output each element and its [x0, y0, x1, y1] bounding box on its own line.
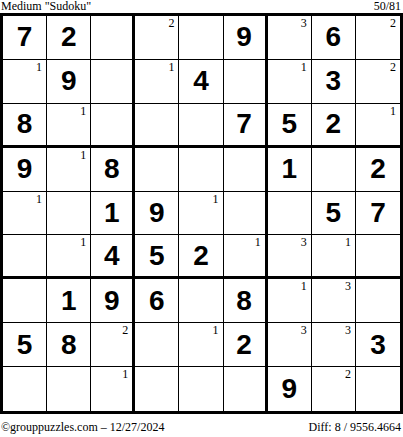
given-digit: 5: [281, 110, 297, 138]
cell-r9c1[interactable]: [3, 367, 47, 411]
given-digit: 7: [236, 110, 252, 138]
cell-r7c9[interactable]: [356, 279, 400, 323]
pencil-mark: 1: [122, 368, 128, 380]
cell-r7c7[interactable]: 1: [268, 279, 312, 323]
cell-r9c9[interactable]: [356, 367, 400, 411]
given-digit: 9: [149, 199, 165, 227]
given-digit: 1: [281, 155, 297, 183]
pencil-mark: 3: [345, 324, 351, 336]
given-digit: 7: [370, 199, 386, 227]
cell-r2c4[interactable]: 1: [135, 60, 179, 104]
cell-r8c6[interactable]: 2: [224, 323, 268, 367]
footer: ©grouppuzzles.com – 12/27/2024 Diff: 8 /…: [0, 421, 403, 434]
pencil-mark: 1: [301, 61, 307, 73]
cell-r1c6[interactable]: 9: [224, 16, 268, 60]
pencil-mark: 1: [390, 105, 396, 117]
cell-r5c2[interactable]: [47, 192, 91, 236]
cell-r6c6[interactable]: 1: [224, 235, 268, 279]
cell-r1c7[interactable]: 3: [268, 16, 312, 60]
given-digit: 1: [104, 199, 120, 227]
cell-r9c5[interactable]: [179, 367, 223, 411]
given-digit: 5: [149, 242, 165, 270]
given-digit: 6: [149, 287, 165, 315]
cell-r6c7[interactable]: 3: [268, 235, 312, 279]
cell-r9c3[interactable]: 1: [91, 367, 135, 411]
cell-r6c4[interactable]: 5: [135, 235, 179, 279]
pencil-mark: 1: [36, 193, 42, 205]
cell-r3c2[interactable]: 1: [47, 104, 91, 148]
cell-r1c4[interactable]: 2: [135, 16, 179, 60]
pencil-mark: 2: [390, 17, 396, 29]
pencil-mark: 1: [168, 61, 174, 73]
given-digit: 6: [326, 23, 342, 51]
cell-r2c3[interactable]: [91, 60, 135, 104]
cell-r5c8[interactable]: 5: [312, 192, 356, 236]
cell-r3c5[interactable]: [179, 104, 223, 148]
cell-r5c9[interactable]: 7: [356, 192, 400, 236]
given-digit: 4: [193, 67, 209, 95]
pencil-mark: 2: [390, 61, 396, 73]
cell-r1c9[interactable]: 2: [356, 16, 400, 60]
cell-r5c4[interactable]: 9: [135, 192, 179, 236]
cell-r9c2[interactable]: [47, 367, 91, 411]
sudoku-page: Medium "Sudoku" 50/81 722936219141328175…: [0, 0, 403, 437]
cell-r5c1[interactable]: 1: [3, 192, 47, 236]
cell-r8c2[interactable]: 8: [47, 323, 91, 367]
cell-r7c5[interactable]: [179, 279, 223, 323]
cell-r3c7[interactable]: 5: [268, 104, 312, 148]
cell-r7c4[interactable]: 6: [135, 279, 179, 323]
pencil-mark: 1: [36, 61, 42, 73]
cell-r7c8[interactable]: 3: [312, 279, 356, 323]
cell-r1c5[interactable]: [179, 16, 223, 60]
cell-r4c7[interactable]: 1: [268, 148, 312, 192]
given-digit: 8: [104, 155, 120, 183]
pencil-mark: 2: [345, 368, 351, 380]
given-digit: 2: [236, 331, 252, 359]
pencil-mark: 1: [213, 193, 219, 205]
cell-r4c6[interactable]: [224, 148, 268, 192]
pencil-mark: 3: [301, 17, 307, 29]
pencil-mark: 2: [122, 324, 128, 336]
cell-r7c2[interactable]: 1: [47, 279, 91, 323]
pencil-mark: 1: [80, 149, 86, 161]
progress-counter: 50/81: [374, 0, 401, 12]
cell-r9c6[interactable]: [224, 367, 268, 411]
cell-r6c9[interactable]: [356, 235, 400, 279]
cell-r5c7[interactable]: [268, 192, 312, 236]
given-digit: 8: [236, 287, 252, 315]
cell-r1c3[interactable]: [91, 16, 135, 60]
cell-r2c1[interactable]: 1: [3, 60, 47, 104]
given-digit: 2: [326, 110, 342, 138]
given-digit: 9: [281, 375, 297, 403]
pencil-mark: 1: [255, 236, 261, 248]
cell-r8c7[interactable]: 3: [268, 323, 312, 367]
sudoku-board: 7229362191413281752191812119157145213119…: [0, 13, 403, 414]
cell-r6c1[interactable]: [3, 235, 47, 279]
given-digit: 5: [326, 199, 342, 227]
cell-r5c5[interactable]: 1: [179, 192, 223, 236]
given-digit: 5: [17, 331, 33, 359]
given-digit: 2: [61, 23, 77, 51]
given-digit: 2: [370, 155, 386, 183]
pencil-mark: 3: [301, 236, 307, 248]
given-digit: 4: [104, 242, 120, 270]
cell-r9c4[interactable]: [135, 367, 179, 411]
cell-r4c9[interactable]: 2: [356, 148, 400, 192]
cell-r8c4[interactable]: [135, 323, 179, 367]
given-digit: 3: [370, 331, 386, 359]
puzzle-title: Medium "Sudoku": [1, 0, 91, 12]
cell-r2c8[interactable]: 3: [312, 60, 356, 104]
cell-r3c8[interactable]: 2: [312, 104, 356, 148]
pencil-mark: 1: [301, 280, 307, 292]
pencil-mark: 1: [345, 236, 351, 248]
cell-r4c5[interactable]: [179, 148, 223, 192]
given-digit: 7: [17, 23, 33, 51]
given-digit: 9: [236, 23, 252, 51]
pencil-mark: 1: [213, 324, 219, 336]
cell-r3c3[interactable]: [91, 104, 135, 148]
cell-r4c2[interactable]: 1: [47, 148, 91, 192]
cell-r3c4[interactable]: [135, 104, 179, 148]
copyright-text: ©grouppuzzles.com – 12/27/2024: [1, 421, 164, 434]
cell-r2c5[interactable]: 4: [179, 60, 223, 104]
cell-r4c3[interactable]: 8: [91, 148, 135, 192]
given-digit: 9: [17, 155, 33, 183]
given-digit: 8: [61, 331, 77, 359]
cell-r6c2[interactable]: 1: [47, 235, 91, 279]
cell-r5c3[interactable]: 1: [91, 192, 135, 236]
given-digit: 2: [193, 242, 209, 270]
cell-r8c9[interactable]: 3: [356, 323, 400, 367]
cell-r4c1[interactable]: 9: [3, 148, 47, 192]
cell-r4c8[interactable]: [312, 148, 356, 192]
cell-r2c6[interactable]: [224, 60, 268, 104]
cell-r8c1[interactable]: 5: [3, 323, 47, 367]
cell-r6c8[interactable]: 1: [312, 235, 356, 279]
given-digit: 9: [61, 67, 77, 95]
cell-r9c7[interactable]: 9: [268, 367, 312, 411]
pencil-mark: 1: [80, 105, 86, 117]
given-digit: 3: [326, 67, 342, 95]
cell-r2c2[interactable]: 9: [47, 60, 91, 104]
cell-r8c8[interactable]: 3: [312, 323, 356, 367]
cell-r4c4[interactable]: [135, 148, 179, 192]
cell-r3c6[interactable]: 7: [224, 104, 268, 148]
cell-r3c9[interactable]: 1: [356, 104, 400, 148]
cell-r6c3[interactable]: 4: [91, 235, 135, 279]
cell-r1c2[interactable]: 2: [47, 16, 91, 60]
difficulty-text: Diff: 8 / 9556.4664: [309, 421, 401, 434]
pencil-mark: 3: [345, 280, 351, 292]
cell-r1c8[interactable]: 6: [312, 16, 356, 60]
pencil-mark: 1: [80, 236, 86, 248]
cell-r2c9[interactable]: 2: [356, 60, 400, 104]
cell-r7c3[interactable]: 9: [91, 279, 135, 323]
cell-r6c5[interactable]: 2: [179, 235, 223, 279]
given-digit: 1: [61, 287, 77, 315]
cell-r8c5[interactable]: 1: [179, 323, 223, 367]
cell-r2c7[interactable]: 1: [268, 60, 312, 104]
cell-r7c6[interactable]: 8: [224, 279, 268, 323]
given-digit: 8: [17, 110, 33, 138]
given-digit: 9: [104, 287, 120, 315]
cell-r7c1[interactable]: [3, 279, 47, 323]
cell-r8c3[interactable]: 2: [91, 323, 135, 367]
pencil-mark: 3: [301, 324, 307, 336]
cell-r3c1[interactable]: 8: [3, 104, 47, 148]
cell-r5c6[interactable]: [224, 192, 268, 236]
cell-r1c1[interactable]: 7: [3, 16, 47, 60]
cell-r9c8[interactable]: 2: [312, 367, 356, 411]
pencil-mark: 2: [168, 17, 174, 29]
header: Medium "Sudoku" 50/81: [0, 0, 403, 13]
